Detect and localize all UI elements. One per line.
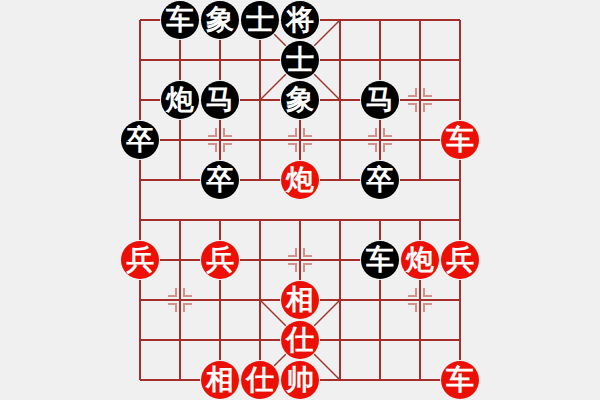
piece-black-chariot[interactable]: 车	[361, 241, 399, 279]
piece-red-advisor[interactable]: 仕	[281, 321, 319, 359]
piece-black-elephant[interactable]: 象	[201, 1, 239, 39]
piece-black-advisor[interactable]: 士	[281, 41, 319, 79]
piece-red-advisor[interactable]: 仕	[241, 361, 279, 399]
piece-glyph: 马	[366, 86, 394, 114]
piece-black-general[interactable]: 将	[281, 1, 319, 39]
piece-black-chariot[interactable]: 车	[161, 1, 199, 39]
piece-glyph: 兵	[126, 246, 154, 274]
piece-red-chariot[interactable]: 车	[441, 361, 479, 399]
piece-glyph: 相	[286, 286, 314, 314]
piece-red-soldier[interactable]: 兵	[121, 241, 159, 279]
piece-black-elephant[interactable]: 象	[281, 81, 319, 119]
piece-glyph: 仕	[246, 366, 274, 394]
piece-glyph: 兵	[206, 246, 234, 274]
piece-glyph: 象	[286, 86, 314, 114]
piece-glyph: 车	[366, 246, 394, 274]
piece-black-horse[interactable]: 马	[361, 81, 399, 119]
piece-red-elephant[interactable]: 相	[281, 281, 319, 319]
xiangqi-board: 车象士将士炮马象马卒车卒炮卒兵兵车炮兵相仕相仕帅车	[0, 0, 600, 400]
piece-red-cannon[interactable]: 炮	[401, 241, 439, 279]
piece-glyph: 帅	[286, 366, 314, 394]
piece-glyph: 卒	[366, 166, 394, 194]
piece-black-soldier[interactable]: 卒	[201, 161, 239, 199]
piece-glyph: 将	[286, 6, 314, 34]
piece-glyph: 车	[446, 366, 474, 394]
piece-glyph: 士	[246, 6, 274, 34]
piece-red-soldier[interactable]: 兵	[441, 241, 479, 279]
piece-red-cannon[interactable]: 炮	[281, 161, 319, 199]
piece-glyph: 车	[166, 6, 194, 34]
piece-red-general[interactable]: 帅	[281, 361, 319, 399]
piece-glyph: 炮	[406, 246, 434, 274]
piece-red-soldier[interactable]: 兵	[201, 241, 239, 279]
piece-glyph: 象	[206, 6, 234, 34]
piece-glyph: 马	[206, 86, 234, 114]
piece-glyph: 车	[446, 126, 474, 154]
piece-glyph: 兵	[446, 246, 474, 274]
piece-glyph: 炮	[286, 166, 314, 194]
piece-glyph: 相	[206, 366, 234, 394]
piece-red-chariot[interactable]: 车	[441, 121, 479, 159]
piece-glyph: 士	[286, 46, 314, 74]
piece-black-cannon[interactable]: 炮	[161, 81, 199, 119]
piece-glyph: 卒	[126, 126, 154, 154]
piece-glyph: 卒	[206, 166, 234, 194]
piece-red-elephant[interactable]: 相	[201, 361, 239, 399]
piece-glyph: 炮	[166, 86, 194, 114]
xiangqi-screenshot: 车象士将士炮马象马卒车卒炮卒兵兵车炮兵相仕相仕帅车	[0, 0, 600, 400]
piece-black-soldier[interactable]: 卒	[121, 121, 159, 159]
piece-black-advisor[interactable]: 士	[241, 1, 279, 39]
piece-black-soldier[interactable]: 卒	[361, 161, 399, 199]
piece-black-horse[interactable]: 马	[201, 81, 239, 119]
pieces-grid: 车象士将士炮马象马卒车卒炮卒兵兵车炮兵相仕相仕帅车	[120, 0, 480, 400]
piece-glyph: 仕	[286, 326, 314, 354]
